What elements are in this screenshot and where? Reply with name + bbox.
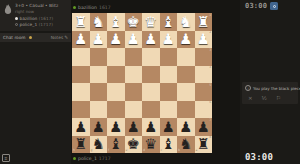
white-pawn: ♟ (197, 32, 210, 47)
square-d4[interactable] (142, 66, 160, 84)
black-player-rating: 1717 (39, 22, 53, 27)
white-queen: ♛ (144, 15, 157, 30)
square-c7[interactable]: ♟ (160, 118, 178, 136)
square-d7[interactable]: ♟ (142, 118, 160, 136)
chat-menu-button[interactable]: ≡ (2, 154, 10, 162)
square-a3[interactable]: 3 (195, 48, 213, 66)
notes-label: Notes (51, 35, 63, 40)
square-g3[interactable] (90, 48, 108, 66)
square-b6[interactable] (177, 101, 195, 119)
sidebar-black-player[interactable]: police_1 1717 (15, 22, 58, 27)
white-knight: ♞ (92, 15, 105, 30)
black-rook: ♜ (197, 137, 210, 152)
rank-coordinate: 7 (209, 119, 211, 122)
black-king: ♚ (127, 137, 140, 152)
black-pawn: ♟ (162, 120, 175, 135)
info-icon: i (245, 85, 251, 91)
game-setup-text: 3+0 • Casual • Blitz (15, 3, 58, 8)
tab-notes[interactable]: Notes ✎ (51, 35, 68, 40)
rank-coordinate: 8 (209, 136, 211, 139)
bottom-player-name: police_1 (78, 156, 97, 161)
bottom-player-bar[interactable]: police_1 1717 (73, 156, 212, 161)
file-coordinate: c (161, 149, 163, 152)
square-b2[interactable]: ♟ (177, 31, 195, 49)
square-e1[interactable]: ♚ (125, 13, 143, 31)
rank-coordinate: 2 (209, 31, 211, 34)
game-time-ago: right now (15, 9, 58, 14)
square-d8[interactable]: ♛d (142, 136, 160, 154)
square-h4[interactable] (72, 66, 90, 84)
square-g1[interactable]: ♞ (90, 13, 108, 31)
square-a6[interactable]: 6 (195, 101, 213, 119)
top-player-name: bazillion (78, 5, 97, 10)
white-rook: ♜ (74, 15, 87, 30)
square-c3[interactable] (160, 48, 178, 66)
game-meta-panel: 3+0 • Casual • Blitz right now bazillion… (0, 0, 71, 31)
square-b1[interactable]: ♞ (177, 13, 195, 31)
square-a4[interactable]: 4 (195, 66, 213, 84)
square-e8[interactable]: ♚e (125, 136, 143, 154)
square-c4[interactable] (160, 66, 178, 84)
white-pawn: ♟ (127, 32, 140, 47)
lichess-game-page: 3+0 • Casual • Blitz right now bazillion… (0, 0, 300, 164)
resign-button[interactable]: ⚐ (276, 95, 281, 101)
square-h1[interactable]: ♜ (72, 13, 90, 31)
black-rook: ♜ (74, 137, 87, 152)
square-b7[interactable]: ♟ (177, 118, 195, 136)
square-g2[interactable]: ♟ (90, 31, 108, 49)
square-e6[interactable] (125, 101, 143, 119)
square-h2[interactable]: ♟ (72, 31, 90, 49)
square-e3[interactable] (125, 48, 143, 66)
white-rook: ♜ (197, 15, 210, 30)
square-e5[interactable] (125, 83, 143, 101)
square-g6[interactable] (90, 101, 108, 119)
top-player-bar[interactable]: bazillion 1617 (73, 5, 212, 10)
black-bishop: ♝ (109, 137, 122, 152)
square-a5[interactable]: 5 (195, 83, 213, 101)
rank-coordinate: 3 (209, 49, 211, 52)
square-a8[interactable]: ♜8a (195, 136, 213, 154)
game-controls-panel: 03:00 i You play the black pieces × ½ ⚐ … (240, 0, 300, 164)
square-e7[interactable]: ♟ (125, 118, 143, 136)
square-b5[interactable] (177, 83, 195, 101)
sidebar: 3+0 • Casual • Blitz right now bazillion… (0, 0, 71, 164)
rank-coordinate: 1 (209, 14, 211, 17)
black-player-name: police_1 (20, 22, 38, 27)
side-message: You play the black pieces (253, 86, 300, 91)
online-dot (73, 157, 76, 160)
file-coordinate: g (91, 149, 93, 152)
white-player-name: bazillion (20, 16, 38, 21)
black-pawn: ♟ (74, 120, 87, 135)
top-clock: 03:00 (245, 2, 267, 10)
square-e2[interactable]: ♟ (125, 31, 143, 49)
square-g5[interactable] (90, 83, 108, 101)
top-clock-row: 03:00 (245, 2, 278, 10)
white-pawn: ♟ (109, 32, 122, 47)
square-d2[interactable]: ♟ (142, 31, 160, 49)
black-pawn: ♟ (127, 120, 140, 135)
black-pawn: ♟ (179, 120, 192, 135)
chat-messages-area (0, 42, 71, 164)
square-c6[interactable] (160, 101, 178, 119)
square-g4[interactable] (90, 66, 108, 84)
square-g8[interactable]: ♞g (90, 136, 108, 154)
file-coordinate: f (108, 149, 109, 152)
white-player-rating: 1617 (39, 16, 53, 21)
square-h8[interactable]: ♜h (72, 136, 90, 154)
black-pawn: ♟ (109, 120, 122, 135)
pencil-icon: ✎ (64, 35, 68, 40)
black-knight: ♞ (179, 137, 192, 152)
black-color-icon (15, 23, 18, 26)
white-king: ♚ (127, 15, 140, 30)
square-a7[interactable]: ♟7 (195, 118, 213, 136)
square-f3[interactable] (107, 48, 125, 66)
square-a2[interactable]: ♟2 (195, 31, 213, 49)
square-a1[interactable]: ♜1 (195, 13, 213, 31)
file-coordinate: a (196, 149, 198, 152)
abort-button[interactable]: × (248, 95, 253, 101)
square-f8[interactable]: ♝f (107, 136, 125, 154)
white-color-icon (15, 17, 18, 20)
white-pawn: ♟ (162, 32, 175, 47)
message-row: i You play the black pieces (245, 85, 295, 91)
rank-coordinate: 5 (209, 84, 211, 87)
file-coordinate: e (126, 149, 128, 152)
square-h7[interactable]: ♟ (72, 118, 90, 136)
bottom-clock: 03:00 (245, 152, 273, 162)
file-coordinate: d (143, 149, 145, 152)
square-d3[interactable] (142, 48, 160, 66)
white-pawn: ♟ (144, 32, 157, 47)
square-f6[interactable] (107, 101, 125, 119)
rank-coordinate: 4 (209, 66, 211, 69)
white-pawn: ♟ (74, 32, 87, 47)
square-e4[interactable] (125, 66, 143, 84)
black-bishop: ♝ (162, 137, 175, 152)
game-meta-text: 3+0 • Casual • Blitz right now bazillion… (15, 3, 58, 28)
black-pawn: ♟ (92, 120, 105, 135)
square-c8[interactable]: ♝c (160, 136, 178, 154)
bottom-player-rating: 1717 (99, 156, 111, 161)
file-coordinate: b (178, 149, 180, 152)
black-pawn: ♟ (144, 120, 157, 135)
game-message-panel: i You play the black pieces × ½ ⚐ (242, 82, 298, 104)
action-buttons: × ½ ⚐ (245, 95, 295, 101)
sidebar-white-player[interactable]: bazillion 1617 (15, 16, 58, 21)
online-dot (73, 6, 76, 9)
chat-header: Chat room Notes ✎ (0, 33, 71, 42)
offer-draw-button[interactable]: ½ (262, 95, 267, 101)
square-d6[interactable] (142, 101, 160, 119)
square-f2[interactable]: ♟ (107, 31, 125, 49)
square-c2[interactable]: ♟ (160, 31, 178, 49)
square-g7[interactable]: ♟ (90, 118, 108, 136)
board: ♜♞♝♚♛♝♞♜1♟♟♟♟♟♟♟♟23456♟♟♟♟♟♟♟♟7♜h♞g♝f♚e♛… (72, 13, 212, 153)
rank-coordinate: 6 (209, 101, 211, 104)
square-d5[interactable] (142, 83, 160, 101)
white-bishop: ♝ (162, 15, 175, 30)
square-f5[interactable] (107, 83, 125, 101)
white-bishop: ♝ (109, 15, 122, 30)
square-b3[interactable] (177, 48, 195, 66)
tab-chat-room[interactable]: Chat room (3, 35, 26, 40)
square-f4[interactable] (107, 66, 125, 84)
white-pawn: ♟ (92, 32, 105, 47)
square-b8[interactable]: ♞b (177, 136, 195, 154)
black-pawn: ♟ (197, 120, 210, 135)
square-b4[interactable] (177, 66, 195, 84)
square-c5[interactable] (160, 83, 178, 101)
square-h5[interactable] (72, 83, 90, 101)
square-d1[interactable]: ♛ (142, 13, 160, 31)
square-h6[interactable] (72, 101, 90, 119)
white-knight: ♞ (179, 15, 192, 30)
square-f1[interactable]: ♝ (107, 13, 125, 31)
black-queen: ♛ (144, 137, 157, 152)
blitz-flame-icon (4, 4, 12, 15)
white-pawn: ♟ (179, 32, 192, 47)
top-player-rating: 1617 (99, 5, 111, 10)
square-h3[interactable] (72, 48, 90, 66)
black-knight: ♞ (92, 137, 105, 152)
gear-inner (273, 5, 276, 8)
square-c1[interactable]: ♝ (160, 13, 178, 31)
file-coordinate: h (73, 149, 75, 152)
gear-icon[interactable] (270, 2, 278, 10)
chat-toggle[interactable] (29, 36, 32, 39)
square-f7[interactable]: ♟ (107, 118, 125, 136)
